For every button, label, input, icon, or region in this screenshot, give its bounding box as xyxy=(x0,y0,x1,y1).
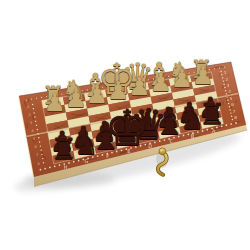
chess-board: HHGGFFEEDDCCBBAA1122334455667788 xyxy=(0,0,250,250)
product-photo: HHGGFFEEDDCCBBAA1122334455667788 ♜♞♝♛♚♝♞… xyxy=(0,0,250,250)
